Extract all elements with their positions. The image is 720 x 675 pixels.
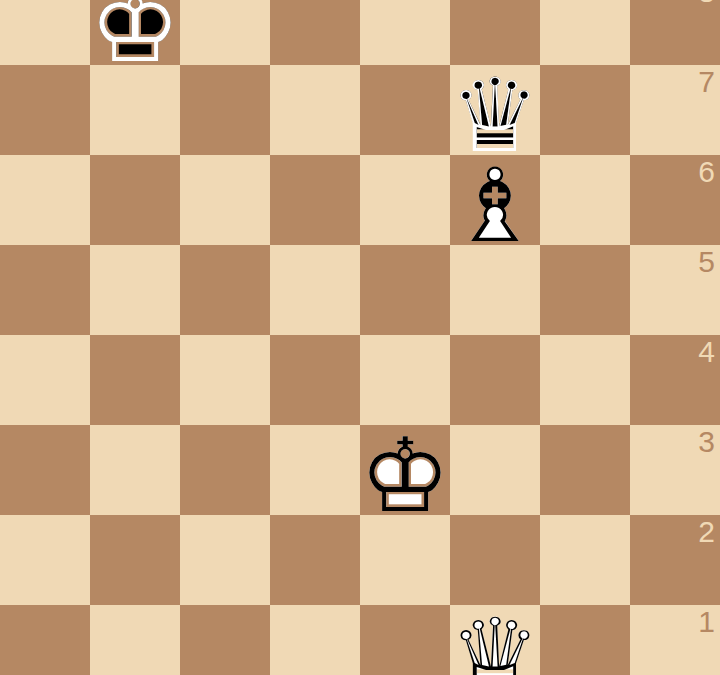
square-a3[interactable] [0,425,90,515]
square-c1[interactable] [180,605,270,675]
square-c5[interactable] [180,245,270,335]
square-g6[interactable] [540,155,630,245]
square-c7[interactable] [180,65,270,155]
square-h3[interactable]: 3 [630,425,720,515]
square-c3[interactable] [180,425,270,515]
square-g2[interactable] [540,515,630,605]
rank-label-5: 5 [698,247,715,277]
square-b1[interactable] [90,605,180,675]
square-h8[interactable]: 8 [630,0,720,65]
piece-black-king-b8[interactable]: ♚♔ [90,0,180,65]
square-d6[interactable] [270,155,360,245]
square-g8[interactable] [540,0,630,65]
square-f4[interactable] [450,335,540,425]
rank-label-7: 7 [698,67,715,97]
square-c4[interactable] [180,335,270,425]
chess-board-viewport: 87654321♚♔♛♕♝♗♚♔♛♕ [0,0,720,675]
square-a5[interactable] [0,245,90,335]
piece-white-queen-f1[interactable]: ♛♕ [450,605,540,675]
piece-white-bishop-f6[interactable]: ♝♗ [450,155,540,245]
king-outline-glyph: ♔ [360,431,450,521]
square-f3[interactable] [450,425,540,515]
square-h6[interactable]: 6 [630,155,720,245]
square-e1[interactable] [360,605,450,675]
square-e7[interactable] [360,65,450,155]
king-outline-glyph: ♔ [90,0,180,71]
square-d3[interactable] [270,425,360,515]
square-d4[interactable] [270,335,360,425]
rank-label-1: 1 [698,607,715,637]
square-d1[interactable] [270,605,360,675]
square-d7[interactable] [270,65,360,155]
square-g1[interactable] [540,605,630,675]
square-f2[interactable] [450,515,540,605]
square-e4[interactable] [360,335,450,425]
square-h5[interactable]: 5 [630,245,720,335]
rank-label-6: 6 [698,157,715,187]
square-a1[interactable] [0,605,90,675]
piece-white-king-e3[interactable]: ♚♔ [360,425,450,515]
queen-outline-glyph: ♕ [450,611,540,675]
rank-label-8: 8 [698,0,715,7]
piece-black-queen-f7[interactable]: ♛♕ [450,65,540,155]
chess-board[interactable]: 87654321♚♔♛♕♝♗♚♔♛♕ [0,0,720,675]
square-a6[interactable] [0,155,90,245]
square-a4[interactable] [0,335,90,425]
square-c6[interactable] [180,155,270,245]
square-b5[interactable] [90,245,180,335]
square-g7[interactable] [540,65,630,155]
square-d8[interactable] [270,0,360,65]
square-e6[interactable] [360,155,450,245]
square-h4[interactable]: 4 [630,335,720,425]
square-d2[interactable] [270,515,360,605]
rank-label-2: 2 [698,517,715,547]
square-b2[interactable] [90,515,180,605]
square-h7[interactable]: 7 [630,65,720,155]
square-b6[interactable] [90,155,180,245]
square-c2[interactable] [180,515,270,605]
square-h2[interactable]: 2 [630,515,720,605]
square-a8[interactable] [0,0,90,65]
square-g5[interactable] [540,245,630,335]
bishop-outline-glyph: ♗ [450,161,540,251]
square-b4[interactable] [90,335,180,425]
square-d5[interactable] [270,245,360,335]
square-e8[interactable] [360,0,450,65]
square-g3[interactable] [540,425,630,515]
square-c8[interactable] [180,0,270,65]
square-h1[interactable]: 1 [630,605,720,675]
square-a2[interactable] [0,515,90,605]
rank-label-3: 3 [698,427,715,457]
square-e5[interactable] [360,245,450,335]
square-a7[interactable] [0,65,90,155]
square-g4[interactable] [540,335,630,425]
rank-label-4: 4 [698,337,715,367]
square-b3[interactable] [90,425,180,515]
